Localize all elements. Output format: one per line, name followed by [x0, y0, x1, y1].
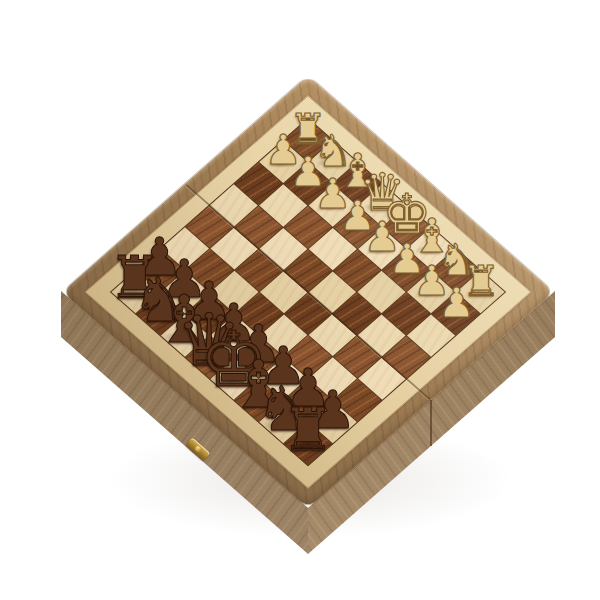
brass-clasp-pin — [194, 445, 202, 453]
fold-seam-on-wall — [430, 400, 432, 446]
chess-set-photo: ♜♞♝♛♚♝♞♜♟♟♟♟♟♟♟♟♟♟♟♟♟♟♟♟♜♞♝♛♚♝♞♜ — [0, 0, 600, 600]
